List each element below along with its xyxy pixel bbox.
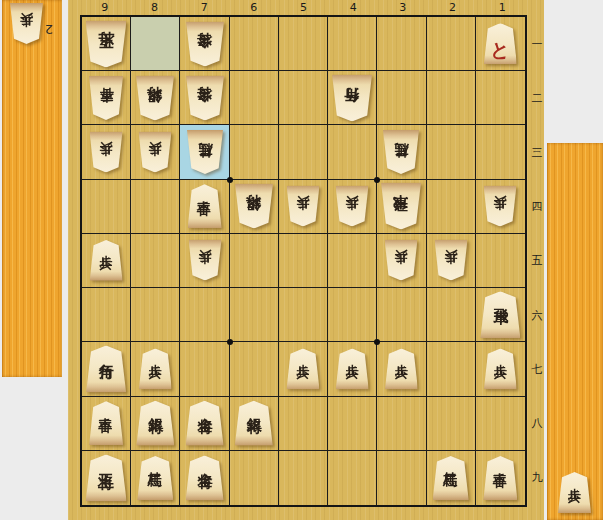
piece-lance-gote[interactable]: 香車: [89, 76, 123, 120]
square-7-8[interactable]: 金将: [180, 397, 229, 451]
rank-label-9: 九: [527, 451, 547, 505]
square-8-1[interactable]: [131, 17, 180, 71]
square-5-2[interactable]: [279, 71, 328, 125]
piece-pawn-sente[interactable]: 歩兵: [558, 472, 591, 513]
piece-kanji: 歩兵: [296, 353, 309, 389]
square-2-2[interactable]: [427, 71, 476, 125]
piece-kanji: 王将: [98, 20, 114, 61]
square-2-8[interactable]: [427, 397, 476, 451]
square-8-8[interactable]: 銀将: [131, 397, 180, 451]
piece-kanji: 歩兵: [395, 240, 408, 276]
square-5-1[interactable]: [279, 17, 328, 71]
piece-gold-sente[interactable]: 金将: [186, 455, 224, 500]
shogi-board-app: 歩兵2 987654321 一二三四五六七八九 王将金将と香車銀将金将角行歩兵歩…: [0, 0, 603, 520]
piece-kanji: 歩兵: [100, 132, 113, 168]
square-1-9[interactable]: 香車: [476, 451, 525, 505]
piece-kanji: 桂馬: [148, 461, 162, 500]
piece-lance-sente[interactable]: 香車: [483, 456, 517, 500]
piece-kanji: 玉将: [98, 460, 114, 501]
piece-pawn-gote[interactable]: 歩兵: [188, 240, 221, 281]
piece-pawn-sente[interactable]: 歩兵: [90, 240, 123, 281]
square-6-1[interactable]: [230, 17, 279, 71]
square-2-1[interactable]: [427, 17, 476, 71]
piece-kanji: 歩兵: [494, 186, 507, 222]
square-4-8[interactable]: [328, 397, 377, 451]
piece-silver-gote[interactable]: 銀将: [235, 184, 273, 229]
piece-pawn-gote[interactable]: 歩兵: [484, 186, 517, 227]
square-6-7[interactable]: [230, 342, 279, 396]
square-2-7[interactable]: [427, 342, 476, 396]
piece-gold-gote[interactable]: 金将: [186, 75, 224, 120]
square-7-4[interactable]: 香車: [180, 180, 229, 234]
square-1-7[interactable]: 歩兵: [476, 342, 525, 396]
file-label-6: 6: [229, 0, 279, 15]
piece-kanji: 歩兵: [296, 186, 309, 222]
square-1-4[interactable]: 歩兵: [476, 180, 525, 234]
piece-pawn-sente[interactable]: 歩兵: [385, 348, 418, 389]
piece-kanji: と: [491, 29, 510, 64]
piece-kanji: 銀将: [246, 406, 261, 446]
piece-pawn-gote[interactable]: 歩兵: [10, 3, 43, 44]
square-9-7[interactable]: 角行: [82, 342, 131, 396]
square-7-5[interactable]: 歩兵: [180, 234, 229, 288]
piece-silver-gote[interactable]: 銀将: [136, 75, 174, 120]
rank-label-3: 三: [527, 125, 547, 179]
piece-kanji: 歩兵: [346, 186, 359, 222]
piece-pawn-gote[interactable]: 歩兵: [286, 186, 319, 227]
square-9-9[interactable]: 玉将: [82, 451, 131, 505]
piece-pawn-gote[interactable]: 歩兵: [139, 132, 172, 173]
square-8-7[interactable]: 歩兵: [131, 342, 180, 396]
square-9-5[interactable]: 歩兵: [82, 234, 131, 288]
piece-knight-gote[interactable]: 桂馬: [187, 130, 223, 174]
rank-label-7: 七: [527, 342, 547, 396]
piece-king-sente[interactable]: 玉将: [86, 454, 127, 501]
square-2-3[interactable]: [427, 125, 476, 179]
square-9-4[interactable]: [82, 180, 131, 234]
file-labels: 987654321: [80, 0, 527, 15]
piece-pawn-gote[interactable]: 歩兵: [434, 240, 467, 281]
piece-kanji: 香車: [99, 76, 113, 115]
square-5-5[interactable]: [279, 234, 328, 288]
square-3-8[interactable]: [377, 397, 426, 451]
square-9-1[interactable]: 王将: [82, 17, 131, 71]
piece-kanji: 角行: [345, 74, 360, 115]
piece-kanji: 金将: [197, 75, 212, 115]
square-8-5[interactable]: [131, 234, 180, 288]
piece-kanji: 桂馬: [198, 130, 212, 169]
piece-silver-sente[interactable]: 銀将: [136, 401, 174, 446]
piece-rook-sente[interactable]: 飛車: [480, 291, 520, 338]
square-5-8[interactable]: [279, 397, 328, 451]
square-2-6[interactable]: [427, 288, 476, 342]
piece-silver-sente[interactable]: 銀将: [235, 401, 273, 446]
piece-knight-sente[interactable]: 桂馬: [433, 456, 469, 500]
gote-hand-count: 2: [45, 22, 53, 37]
piece-kanji: 香車: [493, 461, 507, 500]
square-3-9[interactable]: [377, 451, 426, 505]
file-label-7: 7: [179, 0, 229, 15]
sente-piece-stand: 歩兵: [547, 143, 603, 520]
piece-kanji: 歩兵: [149, 132, 162, 168]
piece-king-gote[interactable]: 王将: [86, 20, 127, 67]
piece-knight-sente[interactable]: 桂馬: [137, 456, 173, 500]
square-7-9[interactable]: 金将: [180, 451, 229, 505]
square-7-1[interactable]: 金将: [180, 17, 229, 71]
square-4-6[interactable]: [328, 288, 377, 342]
piece-kanji: 歩兵: [568, 477, 581, 513]
square-1-1[interactable]: と: [476, 17, 525, 71]
square-2-4[interactable]: [427, 180, 476, 234]
piece-rook-gote[interactable]: 飛車: [381, 183, 421, 230]
file-label-2: 2: [428, 0, 478, 15]
piece-kanji: 金将: [197, 21, 212, 61]
square-3-4[interactable]: 飛車: [377, 180, 426, 234]
piece-kanji: 桂馬: [394, 130, 408, 169]
piece-kanji: 角行: [99, 351, 114, 392]
square-4-5[interactable]: [328, 234, 377, 288]
piece-pawn-gote[interactable]: 歩兵: [336, 186, 369, 227]
piece-pawn-sente[interactable]: 歩兵: [286, 348, 319, 389]
piece-kanji: 歩兵: [346, 353, 359, 389]
rank-label-2: 二: [527, 71, 547, 125]
square-6-6[interactable]: [230, 288, 279, 342]
square-4-3[interactable]: [328, 125, 377, 179]
piece-kanji: 飛車: [394, 183, 409, 224]
square-6-9[interactable]: [230, 451, 279, 505]
rank-label-6: 六: [527, 288, 547, 342]
square-3-7[interactable]: 歩兵: [377, 342, 426, 396]
square-1-5[interactable]: [476, 234, 525, 288]
square-4-7[interactable]: 歩兵: [328, 342, 377, 396]
square-5-7[interactable]: 歩兵: [279, 342, 328, 396]
square-7-7[interactable]: [180, 342, 229, 396]
square-6-3[interactable]: [230, 125, 279, 179]
piece-kanji: 飛車: [493, 297, 508, 338]
square-4-9[interactable]: [328, 451, 377, 505]
square-5-9[interactable]: [279, 451, 328, 505]
piece-kanji: 歩兵: [198, 240, 211, 276]
square-6-5[interactable]: [230, 234, 279, 288]
square-1-2[interactable]: [476, 71, 525, 125]
square-2-5[interactable]: 歩兵: [427, 234, 476, 288]
piece-pawn-gote[interactable]: 歩兵: [385, 240, 418, 281]
file-label-1: 1: [477, 0, 527, 15]
file-label-3: 3: [378, 0, 428, 15]
piece-kanji: 歩兵: [395, 353, 408, 389]
piece-pawn-sente[interactable]: 歩兵: [139, 348, 172, 389]
rank-label-4: 四: [527, 180, 547, 234]
file-label-9: 9: [80, 0, 130, 15]
square-9-2[interactable]: 香車: [82, 71, 131, 125]
square-6-4[interactable]: 銀将: [230, 180, 279, 234]
square-6-2[interactable]: [230, 71, 279, 125]
square-5-3[interactable]: [279, 125, 328, 179]
square-3-3[interactable]: 桂馬: [377, 125, 426, 179]
square-8-2[interactable]: 銀将: [131, 71, 180, 125]
piece-pawn-sente[interactable]: 歩兵: [484, 348, 517, 389]
square-9-8[interactable]: 香車: [82, 397, 131, 451]
piece-pawn-sente[interactable]: 歩兵: [336, 348, 369, 389]
piece-gold-sente[interactable]: 金将: [186, 401, 224, 446]
piece-kanji: 金将: [197, 406, 212, 446]
rank-label-1: 一: [527, 17, 547, 71]
square-3-2[interactable]: [377, 71, 426, 125]
piece-kanji: 金将: [197, 461, 212, 501]
square-9-3[interactable]: 歩兵: [82, 125, 131, 179]
file-label-4: 4: [328, 0, 378, 15]
piece-kanji: 銀将: [148, 406, 163, 446]
square-8-9[interactable]: 桂馬: [131, 451, 180, 505]
piece-lance-sente[interactable]: 香車: [89, 401, 123, 445]
square-1-8[interactable]: [476, 397, 525, 451]
piece-knight-gote[interactable]: 桂馬: [383, 130, 419, 174]
piece-gold-gote[interactable]: 金将: [186, 21, 224, 66]
piece-kanji: 歩兵: [100, 245, 113, 281]
gote-piece-stand: 歩兵2: [2, 0, 62, 377]
board-grid: 王将金将と香車銀将金将角行歩兵歩兵桂馬桂馬香車銀将歩兵歩兵飛車歩兵歩兵歩兵歩兵歩…: [80, 15, 527, 507]
square-5-6[interactable]: [279, 288, 328, 342]
piece-kanji: 桂馬: [444, 461, 458, 500]
piece-kanji: 歩兵: [444, 240, 457, 276]
square-3-5[interactable]: 歩兵: [377, 234, 426, 288]
piece-promoted-tokin-sente[interactable]: と: [484, 23, 517, 64]
square-4-2[interactable]: 角行: [328, 71, 377, 125]
file-label-8: 8: [130, 0, 180, 15]
square-8-6[interactable]: [131, 288, 180, 342]
piece-kanji: 香車: [198, 189, 212, 228]
square-2-9[interactable]: 桂馬: [427, 451, 476, 505]
piece-kanji: 歩兵: [494, 353, 507, 389]
square-3-6[interactable]: [377, 288, 426, 342]
square-8-4[interactable]: [131, 180, 180, 234]
piece-kanji: 香車: [99, 406, 113, 445]
square-5-4[interactable]: 歩兵: [279, 180, 328, 234]
piece-kanji: 歩兵: [20, 3, 33, 39]
square-1-6[interactable]: 飛車: [476, 288, 525, 342]
piece-kanji: 銀将: [246, 184, 261, 224]
square-7-2[interactable]: 金将: [180, 71, 229, 125]
piece-bishop-sente[interactable]: 角行: [86, 345, 126, 392]
square-3-1[interactable]: [377, 17, 426, 71]
piece-bishop-gote[interactable]: 角行: [332, 74, 372, 121]
square-9-6[interactable]: [82, 288, 131, 342]
square-4-4[interactable]: 歩兵: [328, 180, 377, 234]
square-4-1[interactable]: [328, 17, 377, 71]
rank-label-5: 五: [527, 234, 547, 288]
piece-pawn-gote[interactable]: 歩兵: [90, 132, 123, 173]
file-label-5: 5: [279, 0, 329, 15]
square-8-3[interactable]: 歩兵: [131, 125, 180, 179]
piece-lance-sente[interactable]: 香車: [188, 184, 222, 228]
square-6-8[interactable]: 銀将: [230, 397, 279, 451]
rank-label-8: 八: [527, 397, 547, 451]
rank-labels: 一二三四五六七八九: [527, 17, 547, 505]
square-1-3[interactable]: [476, 125, 525, 179]
piece-kanji: 歩兵: [149, 353, 162, 389]
board-panel: 987654321 一二三四五六七八九 王将金将と香車銀将金将角行歩兵歩兵桂馬桂…: [68, 0, 544, 520]
square-7-3[interactable]: 桂馬: [180, 125, 229, 179]
piece-kanji: 銀将: [148, 75, 163, 115]
square-7-6[interactable]: [180, 288, 229, 342]
